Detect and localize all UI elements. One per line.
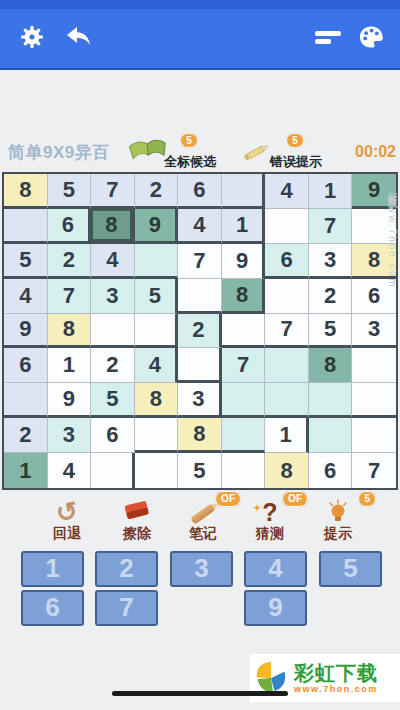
cell-r9c5[interactable]: 5 bbox=[178, 453, 222, 488]
cell-r6c5[interactable] bbox=[178, 348, 222, 383]
cell-r3c3[interactable]: 4 bbox=[91, 244, 135, 279]
guess-toggle-button[interactable]: OF ?✦ 猜测 bbox=[238, 496, 302, 546]
cell-r2c2[interactable]: 6 bbox=[48, 209, 92, 244]
game-timer: 00:02 bbox=[355, 143, 396, 161]
cell-r7c6[interactable] bbox=[222, 383, 266, 418]
notes-toggle-button[interactable]: OF 笔记 bbox=[171, 496, 235, 546]
cell-r7c5[interactable]: 3 bbox=[178, 383, 222, 418]
cell-r8c5[interactable]: 8 bbox=[178, 418, 222, 453]
cell-r5c4[interactable] bbox=[135, 314, 179, 349]
numpad-3[interactable]: 3 bbox=[170, 551, 233, 587]
error-hint-pencil-icon[interactable] bbox=[240, 142, 272, 166]
erase-label: 擦除 bbox=[105, 525, 169, 543]
page-title: 简单9X9异百 bbox=[8, 141, 110, 164]
cell-r9c1[interactable]: 1 bbox=[4, 453, 48, 488]
cell-r4c2[interactable]: 7 bbox=[48, 279, 92, 314]
cell-r6c6[interactable]: 7 bbox=[222, 348, 266, 383]
watermark-name: 彩虹下载 bbox=[294, 662, 378, 684]
cell-r8c4[interactable] bbox=[135, 418, 179, 453]
cell-r7c2[interactable]: 9 bbox=[48, 383, 92, 418]
cell-r8c7[interactable]: 1 bbox=[265, 418, 309, 453]
cell-r9c9[interactable]: 7 bbox=[352, 453, 396, 488]
candidates-count-badge: 5 bbox=[180, 133, 198, 148]
cell-r6c4[interactable]: 4 bbox=[135, 348, 179, 383]
cell-r9c2[interactable]: 4 bbox=[48, 453, 92, 488]
cell-r8c3[interactable]: 6 bbox=[91, 418, 135, 453]
game-header: 简单9X9异百 5 全标候选 5 错误提示 00:02 bbox=[0, 136, 400, 172]
cell-r8c6[interactable] bbox=[222, 418, 266, 453]
undo-move-button[interactable]: ↺ 回退 bbox=[35, 496, 99, 546]
error-hint-label[interactable]: 错误提示 bbox=[270, 153, 322, 171]
numpad-6[interactable]: 6 bbox=[21, 590, 84, 626]
cell-r2c4[interactable]: 9 bbox=[135, 209, 179, 244]
cell-r2c7[interactable] bbox=[265, 209, 309, 244]
cell-r9c4[interactable] bbox=[135, 453, 179, 488]
cell-r2c6[interactable]: 1 bbox=[222, 209, 266, 244]
cell-r2c1[interactable] bbox=[4, 209, 48, 244]
cell-r3c7[interactable]: 6 bbox=[265, 244, 309, 279]
guess-label: 猜测 bbox=[238, 525, 302, 543]
erase-button[interactable]: 擦除 bbox=[105, 496, 169, 546]
error-hint-count-badge: 5 bbox=[286, 133, 304, 148]
numpad-2[interactable]: 2 bbox=[95, 551, 158, 587]
sudoku-board: 8572641968941752479638473582698275361247… bbox=[2, 172, 398, 490]
hint-button[interactable]: 5 提示 bbox=[306, 496, 370, 546]
cell-r6c1[interactable]: 6 bbox=[4, 348, 48, 383]
cell-r4c4[interactable]: 5 bbox=[135, 279, 179, 314]
cell-r9c3[interactable] bbox=[91, 453, 135, 488]
settings-gear-icon[interactable] bbox=[18, 24, 46, 50]
cell-r5c9[interactable]: 3 bbox=[352, 314, 396, 349]
watermark-url: www.7hon.com bbox=[294, 684, 378, 694]
cell-r7c7[interactable] bbox=[265, 383, 309, 418]
cell-r9c6[interactable] bbox=[222, 453, 266, 488]
cell-r6c9[interactable] bbox=[352, 348, 396, 383]
number-pad: 12345679 bbox=[0, 551, 400, 631]
cell-r8c9[interactable] bbox=[352, 418, 396, 453]
tool-row: ↺ 回退 擦除 OF 笔记 OF ?✦ 猜测 5 bbox=[0, 496, 400, 548]
cell-r8c8[interactable] bbox=[309, 418, 353, 453]
cell-r1c1[interactable]: 8 bbox=[4, 174, 48, 209]
cell-r8c2[interactable]: 3 bbox=[48, 418, 92, 453]
cell-r4c1[interactable]: 4 bbox=[4, 279, 48, 314]
cell-r1c4[interactable]: 2 bbox=[135, 174, 179, 209]
cell-r2c8[interactable]: 7 bbox=[309, 209, 353, 244]
cell-r2c5[interactable]: 4 bbox=[178, 209, 222, 244]
home-indicator-bar[interactable] bbox=[112, 691, 288, 696]
cell-r4c3[interactable]: 3 bbox=[91, 279, 135, 314]
cell-r1c2[interactable]: 5 bbox=[48, 174, 92, 209]
numpad-4[interactable]: 4 bbox=[244, 551, 307, 587]
cell-r9c8[interactable]: 6 bbox=[309, 453, 353, 488]
side-watermark-text: 彩虹下载 www.7hon.com bbox=[385, 184, 399, 289]
candidates-label[interactable]: 全标候选 bbox=[164, 153, 216, 171]
cell-r7c1[interactable] bbox=[4, 383, 48, 418]
cell-r6c7[interactable] bbox=[265, 348, 309, 383]
cell-r6c2[interactable]: 1 bbox=[48, 348, 92, 383]
undo-arrow-icon[interactable] bbox=[64, 24, 92, 50]
top-app-bar bbox=[0, 0, 400, 70]
cell-r1c8[interactable]: 1 bbox=[309, 174, 353, 209]
candidates-book-icon[interactable] bbox=[128, 138, 168, 168]
notes-label: 笔记 bbox=[171, 525, 235, 543]
cell-r1c6[interactable] bbox=[222, 174, 266, 209]
cell-r3c5[interactable]: 7 bbox=[178, 244, 222, 279]
cell-r6c3[interactable]: 2 bbox=[91, 348, 135, 383]
cell-r2c3[interactable]: 8 bbox=[91, 209, 135, 244]
numpad-7[interactable]: 7 bbox=[95, 590, 158, 626]
cell-r4c5[interactable] bbox=[178, 279, 222, 314]
cell-r9c7[interactable]: 8 bbox=[265, 453, 309, 488]
guess-state-badge: OF bbox=[282, 491, 308, 507]
cell-r3c4[interactable] bbox=[135, 244, 179, 279]
cell-r5c5[interactable]: 2 bbox=[178, 314, 222, 349]
numpad-1[interactable]: 1 bbox=[21, 551, 84, 587]
cell-r3c2[interactable]: 2 bbox=[48, 244, 92, 279]
status-bar bbox=[0, 0, 400, 9]
cell-r4c8[interactable]: 2 bbox=[309, 279, 353, 314]
cell-r7c9[interactable] bbox=[352, 383, 396, 418]
cell-r5c6[interactable] bbox=[222, 314, 266, 349]
cell-r4c6[interactable]: 8 bbox=[222, 279, 266, 314]
sort-list-icon[interactable] bbox=[314, 24, 342, 50]
numpad-9[interactable]: 9 bbox=[244, 590, 307, 626]
cell-r7c3[interactable]: 5 bbox=[91, 383, 135, 418]
cell-r7c8[interactable] bbox=[309, 383, 353, 418]
cell-r4c7[interactable] bbox=[265, 279, 309, 314]
cell-r5c2[interactable]: 8 bbox=[48, 314, 92, 349]
cell-r5c8[interactable]: 5 bbox=[309, 314, 353, 349]
cell-r3c8[interactable]: 3 bbox=[309, 244, 353, 279]
cell-r5c1[interactable]: 9 bbox=[4, 314, 48, 349]
cell-r3c6[interactable]: 9 bbox=[222, 244, 266, 279]
numpad-5[interactable]: 5 bbox=[319, 551, 382, 587]
cell-r3c1[interactable]: 5 bbox=[4, 244, 48, 279]
hint-label: 提示 bbox=[306, 525, 370, 543]
cell-r5c7[interactable]: 7 bbox=[265, 314, 309, 349]
cell-r6c8[interactable]: 8 bbox=[309, 348, 353, 383]
cell-r1c5[interactable]: 6 bbox=[178, 174, 222, 209]
cell-r1c7[interactable]: 4 bbox=[265, 174, 309, 209]
undo-label: 回退 bbox=[35, 525, 99, 543]
palette-icon[interactable] bbox=[358, 24, 386, 50]
eraser-icon bbox=[105, 496, 169, 524]
undo-circle-icon: ↺ bbox=[54, 498, 80, 525]
cell-r8c1[interactable]: 2 bbox=[4, 418, 48, 453]
cell-r5c3[interactable] bbox=[91, 314, 135, 349]
hint-count-badge: 5 bbox=[358, 491, 376, 507]
cell-r1c3[interactable]: 7 bbox=[91, 174, 135, 209]
cell-r7c4[interactable]: 8 bbox=[135, 383, 179, 418]
